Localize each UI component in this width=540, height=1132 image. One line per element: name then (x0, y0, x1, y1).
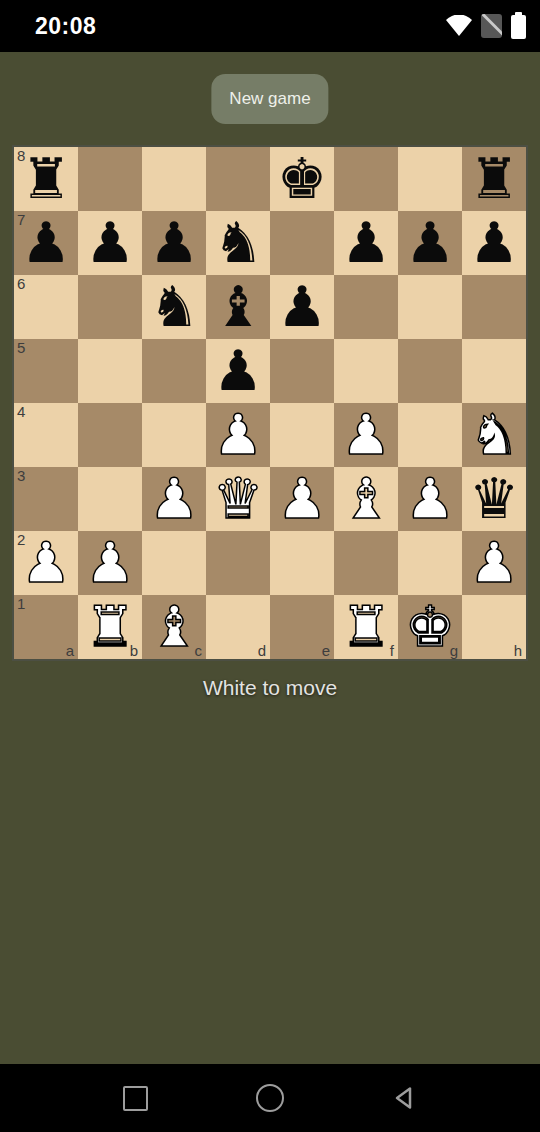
square-e3[interactable]: ♟ (270, 467, 334, 531)
square-g6[interactable] (398, 275, 462, 339)
square-e6[interactable]: ♟ (270, 275, 334, 339)
piece-black-pawn-c7[interactable]: ♟ (149, 211, 199, 275)
square-f3[interactable]: ♝ (334, 467, 398, 531)
piece-white-pawn-e3[interactable]: ♟ (277, 467, 327, 531)
piece-black-pawn-b7[interactable]: ♟ (85, 211, 135, 275)
piece-black-queen-h3[interactable]: ♛ (469, 467, 519, 531)
piece-white-pawn-g3[interactable]: ♟ (405, 467, 455, 531)
recents-button[interactable] (105, 1068, 165, 1128)
piece-black-rook-a8[interactable]: ♜ (21, 147, 71, 211)
piece-black-pawn-f7[interactable]: ♟ (341, 211, 391, 275)
piece-white-pawn-b2[interactable]: ♟ (85, 531, 135, 595)
file-label-g: g (450, 643, 458, 658)
status-bar: 20:08 (0, 0, 540, 52)
square-b6[interactable] (78, 275, 142, 339)
square-h8[interactable]: ♜ (462, 147, 526, 211)
square-d5[interactable]: ♟ (206, 339, 270, 403)
new-game-button[interactable]: New game (211, 74, 328, 124)
square-a4[interactable]: 4 (14, 403, 78, 467)
home-circle-icon (256, 1084, 284, 1112)
square-g7[interactable]: ♟ (398, 211, 462, 275)
square-g8[interactable] (398, 147, 462, 211)
no-sim-icon (481, 14, 502, 38)
chess-board[interactable]: 8♜♚♜7♟♟♟♞♟♟♟6♞♝♟5♟4♟♟♞3♟♛♟♝♟♛2♟♟♟1ab♜c♝d… (12, 145, 528, 661)
file-label-e: e (322, 643, 330, 658)
piece-white-knight-h4[interactable]: ♞ (469, 403, 519, 467)
square-e8[interactable]: ♚ (270, 147, 334, 211)
file-label-f: f (390, 643, 394, 658)
square-f7[interactable]: ♟ (334, 211, 398, 275)
file-label-c: c (195, 643, 203, 658)
square-f6[interactable] (334, 275, 398, 339)
piece-white-king-g1[interactable]: ♚ (405, 595, 455, 659)
square-d2[interactable] (206, 531, 270, 595)
rank-label-6: 6 (17, 276, 25, 291)
square-f1[interactable]: f♜ (334, 595, 398, 659)
piece-black-pawn-a7[interactable]: ♟ (21, 211, 71, 275)
square-h1[interactable]: h (462, 595, 526, 659)
rank-label-4: 4 (17, 404, 25, 419)
square-g1[interactable]: g♚ (398, 595, 462, 659)
square-b4[interactable] (78, 403, 142, 467)
square-a3[interactable]: 3 (14, 467, 78, 531)
piece-white-bishop-f3[interactable]: ♝ (341, 467, 391, 531)
rank-label-8: 8 (17, 148, 25, 163)
piece-black-knight-c6[interactable]: ♞ (149, 275, 199, 339)
status-bar-icons (446, 13, 526, 39)
piece-black-pawn-h7[interactable]: ♟ (469, 211, 519, 275)
square-d1[interactable]: d (206, 595, 270, 659)
square-e1[interactable]: e (270, 595, 334, 659)
battery-icon (511, 15, 526, 39)
square-e7[interactable] (270, 211, 334, 275)
rank-label-3: 3 (17, 468, 25, 483)
home-button[interactable] (240, 1068, 300, 1128)
navigation-bar (0, 1064, 540, 1132)
square-a6[interactable]: 6 (14, 275, 78, 339)
piece-white-pawn-d4[interactable]: ♟ (213, 403, 263, 467)
piece-white-pawn-c3[interactable]: ♟ (149, 467, 199, 531)
square-e4[interactable] (270, 403, 334, 467)
phone-screen: 20:08 New game 8♜♚♜7♟♟♟♞♟♟♟6♞♝♟5♟4♟♟♞3♟♛… (0, 0, 540, 1132)
square-f8[interactable] (334, 147, 398, 211)
square-c8[interactable] (142, 147, 206, 211)
square-d8[interactable] (206, 147, 270, 211)
wifi-icon (446, 15, 472, 37)
piece-white-bishop-c1[interactable]: ♝ (149, 595, 199, 659)
piece-black-pawn-g7[interactable]: ♟ (405, 211, 455, 275)
recents-square-icon (123, 1086, 148, 1111)
piece-black-rook-h8[interactable]: ♜ (469, 147, 519, 211)
piece-black-pawn-d5[interactable]: ♟ (213, 339, 263, 403)
back-triangle-icon (391, 1084, 419, 1112)
square-h4[interactable]: ♞ (462, 403, 526, 467)
square-c6[interactable]: ♞ (142, 275, 206, 339)
square-b3[interactable] (78, 467, 142, 531)
square-h7[interactable]: ♟ (462, 211, 526, 275)
square-b7[interactable]: ♟ (78, 211, 142, 275)
file-label-a: a (66, 643, 74, 658)
square-c1[interactable]: c♝ (142, 595, 206, 659)
square-b8[interactable] (78, 147, 142, 211)
piece-white-rook-b1[interactable]: ♜ (85, 595, 135, 659)
piece-black-king-e8[interactable]: ♚ (277, 147, 327, 211)
piece-black-knight-d7[interactable]: ♞ (213, 211, 263, 275)
square-e5[interactable] (270, 339, 334, 403)
square-a2[interactable]: 2♟ (14, 531, 78, 595)
move-status-text: White to move (0, 676, 540, 700)
square-h2[interactable]: ♟ (462, 531, 526, 595)
square-c2[interactable] (142, 531, 206, 595)
square-f2[interactable] (334, 531, 398, 595)
file-label-h: h (514, 643, 522, 658)
square-a7[interactable]: 7♟ (14, 211, 78, 275)
file-label-d: d (258, 643, 266, 658)
piece-white-pawn-h2[interactable]: ♟ (469, 531, 519, 595)
piece-white-pawn-f4[interactable]: ♟ (341, 403, 391, 467)
rank-label-2: 2 (17, 532, 25, 547)
square-h5[interactable] (462, 339, 526, 403)
square-b1[interactable]: b♜ (78, 595, 142, 659)
square-b5[interactable] (78, 339, 142, 403)
rank-label-5: 5 (17, 340, 25, 355)
square-f5[interactable] (334, 339, 398, 403)
square-d6[interactable]: ♝ (206, 275, 270, 339)
clock: 20:08 (35, 13, 96, 40)
square-g2[interactable] (398, 531, 462, 595)
square-e2[interactable] (270, 531, 334, 595)
rank-label-1: 1 (17, 596, 25, 611)
square-h6[interactable] (462, 275, 526, 339)
piece-white-pawn-a2[interactable]: ♟ (21, 531, 71, 595)
file-label-b: b (130, 643, 138, 658)
back-button[interactable] (375, 1068, 435, 1128)
square-a1[interactable]: 1a (14, 595, 78, 659)
square-h3[interactable]: ♛ (462, 467, 526, 531)
piece-white-queen-d3[interactable]: ♛ (213, 467, 263, 531)
square-d3[interactable]: ♛ (206, 467, 270, 531)
square-c4[interactable] (142, 403, 206, 467)
rank-label-7: 7 (17, 212, 25, 227)
piece-black-pawn-e6[interactable]: ♟ (277, 275, 327, 339)
square-g3[interactable]: ♟ (398, 467, 462, 531)
square-d7[interactable]: ♞ (206, 211, 270, 275)
piece-white-rook-f1[interactable]: ♜ (341, 595, 391, 659)
square-g4[interactable] (398, 403, 462, 467)
square-c3[interactable]: ♟ (142, 467, 206, 531)
square-f4[interactable]: ♟ (334, 403, 398, 467)
square-g5[interactable] (398, 339, 462, 403)
square-c5[interactable] (142, 339, 206, 403)
square-d4[interactable]: ♟ (206, 403, 270, 467)
square-a5[interactable]: 5 (14, 339, 78, 403)
piece-black-bishop-d6[interactable]: ♝ (213, 275, 263, 339)
square-c7[interactable]: ♟ (142, 211, 206, 275)
square-b2[interactable]: ♟ (78, 531, 142, 595)
square-a8[interactable]: 8♜ (14, 147, 78, 211)
